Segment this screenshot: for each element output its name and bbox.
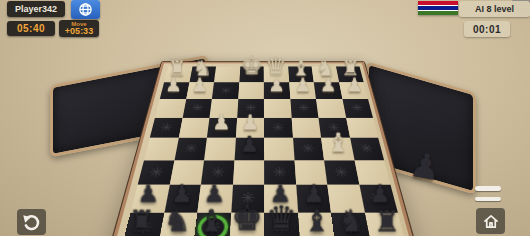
square-a3[interactable]: ✳ — [342, 99, 373, 117]
square-c3[interactable]: ✳ — [290, 99, 318, 117]
black-knight-g8[interactable]: ♞ — [163, 206, 190, 236]
black-king-e8[interactable]: ♚ — [231, 201, 263, 236]
square-c8[interactable]: ♝ — [298, 212, 335, 236]
black-bishop-f8[interactable]: ♝ — [198, 206, 225, 236]
wood-snowflake-pattern: ✳ — [150, 117, 182, 137]
square-f2[interactable]: ✳ — [212, 82, 239, 99]
square-d8[interactable]: ✳♛ — [264, 212, 299, 236]
black-knight-b8[interactable]: ♞ — [338, 206, 365, 236]
black-pawn-a7[interactable]: ♟ — [369, 182, 391, 206]
online-globe-button[interactable] — [71, 0, 100, 19]
square-f1[interactable] — [214, 67, 240, 83]
square-b3[interactable] — [316, 99, 346, 117]
globe-icon — [78, 2, 93, 17]
captured-black-pawn: ♟ — [407, 147, 443, 186]
square-c2[interactable]: ♟ — [289, 82, 316, 99]
board-frame: ♜✳♞✳♚♛✳♝♞✳♜✳♟♟✳✳♟♟✳♟♟✳✳✳✳✳✳♟♟✳✳✳✳♟✳♝✳✳✳✳… — [108, 61, 419, 236]
square-b5[interactable]: ♝ — [321, 138, 354, 160]
square-d4[interactable]: ✳ — [264, 117, 293, 137]
gambia-flag-icon — [418, 1, 458, 15]
square-g3[interactable]: ✳ — [182, 99, 212, 117]
wood-snowflake-pattern: ✳ — [182, 99, 212, 117]
white-bishop-b5[interactable]: ♝ — [327, 129, 350, 155]
square-e5[interactable]: ✳♟ — [234, 138, 264, 160]
wood-snowflake-pattern: ✳ — [290, 99, 318, 117]
square-f4[interactable]: ✳♟ — [207, 117, 237, 137]
square-h5[interactable] — [144, 138, 178, 160]
square-h3[interactable] — [155, 99, 186, 117]
home-button[interactable] — [476, 208, 505, 234]
wood-snowflake-pattern: ✳ — [342, 99, 373, 117]
square-h2[interactable]: ✳♟ — [160, 82, 189, 99]
square-b2[interactable]: ✳♟ — [314, 82, 342, 99]
wood-snowflake-pattern: ✳ — [264, 117, 293, 137]
square-c5[interactable]: ✳ — [293, 138, 325, 160]
square-d3[interactable] — [264, 99, 291, 117]
square-g2[interactable]: ♟ — [186, 82, 214, 99]
menu-button[interactable] — [475, 186, 501, 201]
white-pawn-h2[interactable]: ♟ — [165, 76, 182, 95]
wood-snowflake-pattern: ✳ — [174, 138, 207, 160]
square-g4[interactable] — [178, 117, 209, 137]
white-pawn-b2[interactable]: ♟ — [320, 76, 337, 95]
board-grid: ♜✳♞✳♚♛✳♝♞✳♜✳♟♟✳✳♟♟✳♟♟✳✳✳✳✳✳♟♟✳✳✳✳♟✳♝✳✳✳✳… — [123, 67, 406, 236]
white-king-e1[interactable]: ♚ — [240, 54, 263, 79]
square-e2[interactable] — [238, 82, 264, 99]
square-a2[interactable]: ♟ — [339, 82, 368, 99]
square-a8[interactable]: ♜ — [364, 212, 405, 236]
wood-snowflake-pattern: ✳ — [212, 82, 239, 99]
square-f8[interactable]: ✳♝ — [193, 212, 230, 236]
square-a5[interactable]: ✳ — [350, 138, 384, 160]
white-pawn-f4[interactable]: ♟ — [212, 112, 231, 133]
undo-arrow-icon — [22, 213, 41, 231]
player-clock: 05:40 — [7, 21, 55, 36]
move-clock-value: +05:33 — [65, 27, 93, 36]
black-pawn-e5[interactable]: ♟ — [239, 133, 259, 155]
chess-board-3d: ♜✳♞✳♚♛✳♝♞✳♜✳♟♟✳✳♟♟✳♟♟✳✳✳✳✳✳♟♟✳✳✳✳♟✳♝✳✳✳✳… — [108, 61, 419, 236]
white-pawn-d2[interactable]: ♟ — [268, 76, 285, 95]
square-e1[interactable]: ✳♚ — [239, 67, 264, 83]
square-b8[interactable]: ✳♞ — [331, 212, 370, 236]
square-b6[interactable]: ✳ — [324, 160, 359, 185]
square-g5[interactable]: ✳ — [174, 138, 207, 160]
white-pawn-g2[interactable]: ♟ — [191, 76, 208, 95]
home-icon — [482, 213, 500, 230]
opponent-clock: 00:01 — [464, 21, 510, 37]
wood-snowflake-pattern: ✳ — [293, 138, 325, 160]
black-bishop-c8[interactable]: ♝ — [303, 206, 330, 236]
wood-snowflake-pattern: ✳ — [350, 138, 384, 160]
wood-snowflake-pattern: ✳ — [324, 160, 359, 185]
black-rook-h8[interactable]: ♜ — [129, 207, 155, 236]
move-clock: Move +05:33 — [59, 20, 99, 37]
square-f5[interactable] — [204, 138, 235, 160]
square-g8[interactable]: ♞ — [158, 212, 197, 236]
square-c4[interactable] — [291, 117, 321, 137]
square-e6[interactable] — [233, 160, 265, 185]
white-pawn-e4[interactable]: ♟ — [241, 112, 260, 133]
square-e8[interactable]: ♚ — [229, 212, 264, 236]
opponent-name-badge: AI 8 level — [459, 1, 530, 17]
game-screen: ♟ ♜✳♞✳♚♛✳♝♞✳♜✳♟♟✳✳♟♟✳♟♟✳✳✳✳✳✳♟♟✳✳✳✳♟✳♝✳✳… — [0, 0, 530, 236]
black-rook-a8[interactable]: ♜ — [373, 207, 399, 236]
square-a4[interactable] — [346, 117, 379, 137]
black-queen-d8[interactable]: ♛ — [266, 202, 297, 236]
white-pawn-a2[interactable]: ♟ — [346, 76, 363, 95]
white-pawn-c2[interactable]: ♟ — [294, 76, 311, 95]
player-name-badge: Player342 — [7, 1, 65, 17]
square-h4[interactable]: ✳ — [150, 117, 182, 137]
square-d2[interactable]: ✳♟ — [264, 82, 290, 99]
black-pawn-h7[interactable]: ♟ — [138, 182, 160, 206]
square-h8[interactable]: ✳♜ — [123, 212, 164, 236]
undo-button[interactable] — [17, 209, 46, 235]
menu-icon — [475, 186, 501, 191]
square-d5[interactable] — [264, 138, 294, 160]
